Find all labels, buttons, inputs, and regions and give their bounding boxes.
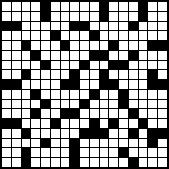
white-cell[interactable]	[100, 109, 109, 118]
white-cell[interactable]	[109, 109, 118, 118]
white-cell[interactable]	[41, 119, 50, 128]
white-cell[interactable]	[31, 70, 40, 79]
white-cell[interactable]	[119, 22, 128, 31]
white-cell[interactable]	[158, 2, 167, 11]
white-cell[interactable]	[61, 61, 70, 70]
white-cell[interactable]	[129, 61, 138, 70]
black-cell	[22, 41, 31, 50]
black-cell	[51, 119, 60, 128]
white-cell[interactable]	[70, 61, 79, 70]
white-cell[interactable]	[70, 41, 79, 50]
white-cell[interactable]	[31, 22, 40, 31]
white-cell[interactable]	[139, 100, 148, 109]
black-cell	[90, 51, 99, 60]
white-cell[interactable]	[2, 100, 11, 109]
white-cell[interactable]	[148, 51, 157, 60]
white-cell[interactable]	[109, 148, 118, 157]
white-cell[interactable]	[51, 139, 60, 148]
white-cell[interactable]	[148, 109, 157, 118]
white-cell[interactable]	[158, 139, 167, 148]
white-cell[interactable]	[70, 129, 79, 138]
white-cell[interactable]	[2, 90, 11, 99]
white-cell[interactable]	[119, 139, 128, 148]
white-cell[interactable]	[158, 100, 167, 109]
black-cell	[80, 61, 89, 70]
black-cell	[109, 61, 118, 70]
black-cell	[70, 109, 79, 118]
white-cell[interactable]	[148, 119, 157, 128]
white-cell[interactable]	[119, 2, 128, 11]
white-cell[interactable]	[31, 148, 40, 157]
white-cell[interactable]	[129, 80, 138, 89]
white-cell[interactable]	[80, 51, 89, 60]
black-cell	[41, 2, 50, 11]
black-cell	[129, 109, 138, 118]
black-cell	[22, 158, 31, 167]
white-cell[interactable]	[2, 139, 11, 148]
white-cell[interactable]	[51, 70, 60, 79]
white-cell[interactable]	[61, 2, 70, 11]
white-cell[interactable]	[158, 12, 167, 21]
white-cell[interactable]	[158, 158, 167, 167]
black-cell	[41, 12, 50, 21]
black-cell	[12, 22, 21, 31]
white-cell[interactable]	[148, 61, 157, 70]
white-cell[interactable]	[100, 41, 109, 50]
white-cell[interactable]	[148, 90, 157, 99]
white-cell[interactable]	[109, 2, 118, 11]
white-cell[interactable]	[70, 90, 79, 99]
white-cell[interactable]	[139, 148, 148, 157]
white-cell[interactable]	[129, 90, 138, 99]
white-cell[interactable]	[139, 61, 148, 70]
black-cell	[31, 51, 40, 60]
white-cell[interactable]	[70, 100, 79, 109]
white-cell[interactable]	[51, 12, 60, 21]
white-cell[interactable]	[12, 139, 21, 148]
white-cell[interactable]	[148, 158, 157, 167]
white-cell[interactable]	[100, 22, 109, 31]
white-cell[interactable]	[80, 12, 89, 21]
black-cell	[22, 70, 31, 79]
white-cell[interactable]	[61, 70, 70, 79]
white-cell[interactable]	[158, 119, 167, 128]
white-cell[interactable]	[51, 2, 60, 11]
white-cell[interactable]	[139, 90, 148, 99]
white-cell[interactable]	[22, 2, 31, 11]
white-cell[interactable]	[61, 90, 70, 99]
white-cell[interactable]	[51, 61, 60, 70]
white-cell[interactable]	[148, 2, 157, 11]
white-cell[interactable]	[22, 100, 31, 109]
white-cell[interactable]	[119, 51, 128, 60]
white-cell[interactable]	[22, 31, 31, 40]
white-cell[interactable]	[2, 2, 11, 11]
white-cell[interactable]	[139, 80, 148, 89]
white-cell[interactable]	[70, 51, 79, 60]
black-cell	[90, 31, 99, 40]
black-cell	[139, 2, 148, 11]
black-cell	[80, 22, 89, 31]
black-cell	[51, 31, 60, 40]
white-cell[interactable]	[100, 148, 109, 157]
black-cell	[109, 119, 118, 128]
black-cell	[119, 148, 128, 157]
black-cell	[129, 51, 138, 60]
black-cell	[2, 22, 11, 31]
white-cell[interactable]	[2, 148, 11, 157]
white-cell[interactable]	[70, 12, 79, 21]
white-cell[interactable]	[90, 61, 99, 70]
white-cell[interactable]	[61, 51, 70, 60]
black-cell	[61, 41, 70, 50]
white-cell[interactable]	[31, 31, 40, 40]
white-cell[interactable]	[109, 158, 118, 167]
white-cell[interactable]	[2, 129, 11, 138]
white-cell[interactable]	[12, 129, 21, 138]
white-cell[interactable]	[100, 90, 109, 99]
white-cell[interactable]	[90, 41, 99, 50]
white-cell[interactable]	[31, 119, 40, 128]
white-cell[interactable]	[100, 158, 109, 167]
white-cell[interactable]	[61, 148, 70, 157]
black-cell	[119, 90, 128, 99]
white-cell[interactable]	[119, 70, 128, 79]
white-cell[interactable]	[22, 139, 31, 148]
white-cell[interactable]	[12, 31, 21, 40]
black-cell	[41, 61, 50, 70]
black-cell	[119, 100, 128, 109]
black-cell	[100, 12, 109, 21]
crossword-board	[0, 0, 169, 169]
white-cell[interactable]	[2, 109, 11, 118]
white-cell[interactable]	[129, 41, 138, 50]
white-cell[interactable]	[109, 51, 118, 60]
white-cell[interactable]	[51, 109, 60, 118]
white-cell[interactable]	[2, 51, 11, 60]
white-cell[interactable]	[139, 109, 148, 118]
white-cell[interactable]	[119, 158, 128, 167]
white-cell[interactable]	[41, 109, 50, 118]
white-cell[interactable]	[100, 31, 109, 40]
white-cell[interactable]	[12, 41, 21, 50]
white-cell[interactable]	[22, 109, 31, 118]
black-cell	[100, 129, 109, 138]
white-cell[interactable]	[61, 100, 70, 109]
white-cell[interactable]	[31, 61, 40, 70]
white-cell[interactable]	[100, 61, 109, 70]
black-cell	[100, 80, 109, 89]
white-cell[interactable]	[51, 100, 60, 109]
black-cell	[70, 139, 79, 148]
black-cell	[31, 109, 40, 118]
white-cell[interactable]	[139, 31, 148, 40]
white-cell[interactable]	[61, 31, 70, 40]
black-cell	[70, 70, 79, 79]
white-cell[interactable]	[158, 61, 167, 70]
white-cell[interactable]	[12, 12, 21, 21]
white-cell[interactable]	[61, 22, 70, 31]
white-cell[interactable]	[51, 148, 60, 157]
white-cell[interactable]	[109, 100, 118, 109]
white-cell[interactable]	[119, 119, 128, 128]
black-cell	[158, 41, 167, 50]
white-cell[interactable]	[109, 129, 118, 138]
white-cell[interactable]	[80, 31, 89, 40]
white-cell[interactable]	[61, 158, 70, 167]
white-cell[interactable]	[90, 139, 99, 148]
white-cell[interactable]	[90, 158, 99, 167]
black-cell	[31, 90, 40, 99]
black-cell	[22, 129, 31, 138]
white-cell[interactable]	[31, 41, 40, 50]
white-cell[interactable]	[41, 148, 50, 157]
white-cell[interactable]	[158, 70, 167, 79]
white-cell[interactable]	[12, 148, 21, 157]
white-cell[interactable]	[139, 51, 148, 60]
black-cell	[119, 61, 128, 70]
white-cell[interactable]	[41, 31, 50, 40]
white-cell[interactable]	[119, 129, 128, 138]
white-cell[interactable]	[31, 139, 40, 148]
white-cell[interactable]	[80, 109, 89, 118]
white-cell[interactable]	[51, 90, 60, 99]
white-cell[interactable]	[158, 31, 167, 40]
white-cell[interactable]	[22, 61, 31, 70]
white-cell[interactable]	[90, 2, 99, 11]
black-cell	[80, 129, 89, 138]
white-cell[interactable]	[90, 80, 99, 89]
black-cell	[2, 119, 11, 128]
white-cell[interactable]	[100, 139, 109, 148]
white-cell[interactable]	[31, 100, 40, 109]
white-cell[interactable]	[80, 90, 89, 99]
white-cell[interactable]	[139, 22, 148, 31]
white-cell[interactable]	[109, 90, 118, 99]
black-cell	[109, 80, 118, 89]
white-cell[interactable]	[139, 158, 148, 167]
white-cell[interactable]	[61, 12, 70, 21]
black-cell	[70, 148, 79, 157]
black-cell	[139, 12, 148, 21]
white-cell[interactable]	[109, 70, 118, 79]
white-cell[interactable]	[158, 109, 167, 118]
white-cell[interactable]	[41, 129, 50, 138]
white-cell[interactable]	[12, 100, 21, 109]
white-cell[interactable]	[80, 158, 89, 167]
black-cell	[129, 158, 138, 167]
white-cell[interactable]	[129, 148, 138, 157]
white-cell[interactable]	[12, 51, 21, 60]
white-cell[interactable]	[22, 90, 31, 99]
white-cell[interactable]	[51, 22, 60, 31]
white-cell[interactable]	[12, 109, 21, 118]
white-cell[interactable]	[2, 31, 11, 40]
black-cell	[90, 129, 99, 138]
white-cell[interactable]	[129, 119, 138, 128]
white-cell[interactable]	[90, 22, 99, 31]
white-cell[interactable]	[148, 12, 157, 21]
white-cell[interactable]	[100, 119, 109, 128]
white-cell[interactable]	[129, 12, 138, 21]
black-cell	[22, 148, 31, 157]
black-cell	[129, 22, 138, 31]
white-cell[interactable]	[12, 158, 21, 167]
black-cell	[148, 139, 157, 148]
white-cell[interactable]	[139, 70, 148, 79]
white-cell[interactable]	[70, 31, 79, 40]
white-cell[interactable]	[139, 129, 148, 138]
black-cell	[41, 139, 50, 148]
white-cell[interactable]	[158, 51, 167, 60]
white-cell[interactable]	[61, 129, 70, 138]
white-cell[interactable]	[90, 100, 99, 109]
white-cell[interactable]	[158, 22, 167, 31]
white-cell[interactable]	[139, 139, 148, 148]
white-cell[interactable]	[31, 158, 40, 167]
black-cell	[148, 41, 157, 50]
black-cell	[129, 129, 138, 138]
white-cell[interactable]	[70, 2, 79, 11]
black-cell	[100, 70, 109, 79]
white-cell[interactable]	[129, 139, 138, 148]
white-cell[interactable]	[51, 51, 60, 60]
black-cell	[148, 70, 157, 79]
black-cell	[12, 119, 21, 128]
white-cell[interactable]	[80, 70, 89, 79]
white-cell[interactable]	[70, 119, 79, 128]
white-cell[interactable]	[31, 129, 40, 138]
black-cell	[148, 80, 157, 89]
black-cell	[41, 100, 50, 109]
crossword-puzzle	[0, 0, 169, 169]
black-cell	[139, 119, 148, 128]
white-cell[interactable]	[90, 70, 99, 79]
white-cell[interactable]	[80, 41, 89, 50]
white-cell[interactable]	[119, 109, 128, 118]
white-cell[interactable]	[109, 12, 118, 21]
black-cell	[70, 158, 79, 167]
black-cell	[61, 80, 70, 89]
white-cell[interactable]	[12, 90, 21, 99]
white-cell[interactable]	[148, 148, 157, 157]
white-cell[interactable]	[61, 139, 70, 148]
white-cell[interactable]	[12, 61, 21, 70]
white-cell[interactable]	[80, 148, 89, 157]
white-cell[interactable]	[109, 31, 118, 40]
white-cell[interactable]	[109, 22, 118, 31]
black-cell	[12, 80, 21, 89]
white-cell[interactable]	[139, 41, 148, 50]
white-cell[interactable]	[90, 12, 99, 21]
black-cell	[70, 80, 79, 89]
white-cell[interactable]	[51, 158, 60, 167]
black-cell	[80, 100, 89, 109]
white-cell[interactable]	[2, 12, 11, 21]
black-cell	[90, 90, 99, 99]
white-cell[interactable]	[129, 31, 138, 40]
white-cell[interactable]	[129, 2, 138, 11]
black-cell	[2, 80, 11, 89]
white-cell[interactable]	[100, 100, 109, 109]
white-cell[interactable]	[2, 41, 11, 50]
black-cell	[70, 22, 79, 31]
white-cell[interactable]	[129, 100, 138, 109]
white-cell[interactable]	[31, 2, 40, 11]
white-cell[interactable]	[22, 51, 31, 60]
white-cell[interactable]	[41, 70, 50, 79]
white-cell[interactable]	[12, 2, 21, 11]
white-cell[interactable]	[22, 12, 31, 21]
white-cell[interactable]	[90, 109, 99, 118]
black-cell	[158, 129, 167, 138]
white-cell[interactable]	[22, 119, 31, 128]
white-cell[interactable]	[148, 100, 157, 109]
white-cell[interactable]	[148, 31, 157, 40]
white-cell[interactable]	[119, 31, 128, 40]
white-cell[interactable]	[51, 41, 60, 50]
white-cell[interactable]	[41, 41, 50, 50]
white-cell[interactable]	[51, 80, 60, 89]
white-cell[interactable]	[2, 61, 11, 70]
black-cell	[100, 2, 109, 11]
white-cell[interactable]	[148, 22, 157, 31]
black-cell	[148, 129, 157, 138]
black-cell	[109, 41, 118, 50]
white-cell[interactable]	[158, 90, 167, 99]
black-cell	[90, 119, 99, 128]
white-cell[interactable]	[31, 80, 40, 89]
white-cell[interactable]	[119, 12, 128, 21]
white-cell[interactable]	[2, 158, 11, 167]
white-cell[interactable]	[80, 2, 89, 11]
white-cell[interactable]	[41, 51, 50, 60]
white-cell[interactable]	[80, 119, 89, 128]
white-cell[interactable]	[51, 129, 60, 138]
black-cell	[158, 80, 167, 89]
white-cell[interactable]	[12, 70, 21, 79]
black-cell	[61, 109, 70, 118]
white-cell[interactable]	[2, 70, 11, 79]
white-cell[interactable]	[41, 22, 50, 31]
black-cell	[100, 51, 109, 60]
white-cell[interactable]	[109, 139, 118, 148]
white-cell[interactable]	[80, 139, 89, 148]
white-cell[interactable]	[41, 80, 50, 89]
white-cell[interactable]	[22, 80, 31, 89]
white-cell[interactable]	[119, 41, 128, 50]
white-cell[interactable]	[22, 22, 31, 31]
white-cell[interactable]	[80, 80, 89, 89]
white-cell[interactable]	[41, 158, 50, 167]
white-cell[interactable]	[158, 148, 167, 157]
white-cell[interactable]	[41, 90, 50, 99]
white-cell[interactable]	[119, 80, 128, 89]
white-cell[interactable]	[31, 12, 40, 21]
white-cell[interactable]	[90, 148, 99, 157]
white-cell[interactable]	[61, 119, 70, 128]
white-cell[interactable]	[129, 70, 138, 79]
